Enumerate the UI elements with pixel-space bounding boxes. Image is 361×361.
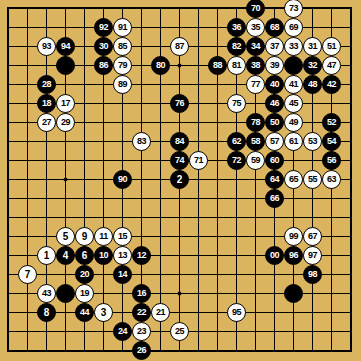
move-17-stone-D14: 17 xyxy=(56,94,75,113)
move-89-stone-G15: 89 xyxy=(113,75,132,94)
move-66-stone-P9: 66 xyxy=(265,189,284,208)
handicap-stone-D16 xyxy=(56,56,75,75)
handicap-stone-Q16 xyxy=(284,56,303,75)
move-76-stone-K14: 76 xyxy=(170,94,189,113)
move-9-stone-E7: 9 xyxy=(75,227,94,246)
move-65-stone-Q10: 65 xyxy=(284,170,303,189)
handicap-stone-Q4 xyxy=(284,284,303,303)
move-84-stone-K12: 84 xyxy=(170,132,189,151)
move-21-stone-J3: 21 xyxy=(151,303,170,322)
move-11-stone-F7: 11 xyxy=(94,227,113,246)
move-40-stone-P15: 40 xyxy=(265,75,284,94)
move-50-stone-P13: 50 xyxy=(265,113,284,132)
move-93-stone-C17: 93 xyxy=(37,37,56,56)
move-33-stone-Q17: 33 xyxy=(284,37,303,56)
move-49-stone-Q13: 49 xyxy=(284,113,303,132)
move-1-stone-C6: 1 xyxy=(37,246,56,265)
move-72-stone-N11: 72 xyxy=(227,151,246,170)
move-48-stone-R15: 48 xyxy=(303,75,322,94)
move-00-stone-P6: 00 xyxy=(265,246,284,265)
move-60-stone-P11: 60 xyxy=(265,151,284,170)
move-81-stone-N16: 81 xyxy=(227,56,246,75)
move-64-stone-P10: 64 xyxy=(265,170,284,189)
move-88-stone-M16: 88 xyxy=(208,56,227,75)
move-41-stone-Q15: 41 xyxy=(284,75,303,94)
move-52-stone-S13: 52 xyxy=(322,113,341,132)
move-96-stone-Q6: 96 xyxy=(284,246,303,265)
move-37-stone-P17: 37 xyxy=(265,37,284,56)
move-10-stone-F6: 10 xyxy=(94,246,113,265)
move-74-stone-K11: 74 xyxy=(170,151,189,170)
move-98-stone-R5: 98 xyxy=(303,265,322,284)
move-27-stone-C13: 27 xyxy=(37,113,56,132)
move-35-stone-O18: 35 xyxy=(246,18,265,37)
move-51-stone-S17: 51 xyxy=(322,37,341,56)
move-34-stone-O17: 34 xyxy=(246,37,265,56)
move-13-stone-G6: 13 xyxy=(113,246,132,265)
move-14-stone-G5: 14 xyxy=(113,265,132,284)
move-8-stone-C3: 8 xyxy=(37,303,56,322)
move-28-stone-C15: 28 xyxy=(37,75,56,94)
move-87-stone-K17: 87 xyxy=(170,37,189,56)
move-29-stone-D13: 29 xyxy=(56,113,75,132)
move-85-stone-G17: 85 xyxy=(113,37,132,56)
go-board[interactable]: 1234567891011121314151617181920212223242… xyxy=(0,0,361,361)
move-32-stone-R16: 32 xyxy=(303,56,322,75)
move-12-stone-H6: 12 xyxy=(132,246,151,265)
move-94-stone-D17: 94 xyxy=(56,37,75,56)
move-82-stone-N17: 82 xyxy=(227,37,246,56)
move-26-stone-H1: 26 xyxy=(132,341,151,360)
move-23-stone-H2: 23 xyxy=(132,322,151,341)
move-25-stone-K2: 25 xyxy=(170,322,189,341)
move-67-stone-R7: 67 xyxy=(303,227,322,246)
move-42-stone-S15: 42 xyxy=(322,75,341,94)
move-7-stone-B5: 7 xyxy=(18,265,37,284)
move-62-stone-N12: 62 xyxy=(227,132,246,151)
move-95-stone-N3: 95 xyxy=(227,303,246,322)
move-20-stone-E5: 20 xyxy=(75,265,94,284)
move-69-stone-Q18: 69 xyxy=(284,18,303,37)
move-43-stone-C4: 43 xyxy=(37,284,56,303)
move-53-stone-R12: 53 xyxy=(303,132,322,151)
move-5-stone-D7: 5 xyxy=(56,227,75,246)
move-97-stone-R6: 97 xyxy=(303,246,322,265)
move-36-stone-N18: 36 xyxy=(227,18,246,37)
move-39-stone-P16: 39 xyxy=(265,56,284,75)
move-30-stone-F17: 30 xyxy=(94,37,113,56)
move-78-stone-O13: 78 xyxy=(246,113,265,132)
move-63-stone-S10: 63 xyxy=(322,170,341,189)
move-83-stone-H12: 83 xyxy=(132,132,151,151)
move-24-stone-G2: 24 xyxy=(113,322,132,341)
move-54-stone-S12: 54 xyxy=(322,132,341,151)
move-47-stone-S16: 47 xyxy=(322,56,341,75)
move-99-stone-Q7: 99 xyxy=(284,227,303,246)
move-16-stone-H4: 16 xyxy=(132,284,151,303)
move-80-stone-J16: 80 xyxy=(151,56,170,75)
move-61-stone-Q12: 61 xyxy=(284,132,303,151)
move-79-stone-G16: 79 xyxy=(113,56,132,75)
move-45-stone-Q14: 45 xyxy=(284,94,303,113)
handicap-stone-D4 xyxy=(56,284,75,303)
move-38-stone-O16: 38 xyxy=(246,56,265,75)
move-44-stone-E3: 44 xyxy=(75,303,94,322)
move-19-stone-E4: 19 xyxy=(75,284,94,303)
move-58-stone-O12: 58 xyxy=(246,132,265,151)
move-59-stone-O11: 59 xyxy=(246,151,265,170)
move-3-stone-F3: 3 xyxy=(94,303,113,322)
move-75-stone-N14: 75 xyxy=(227,94,246,113)
move-91-stone-G18: 91 xyxy=(113,18,132,37)
move-57-stone-P12: 57 xyxy=(265,132,284,151)
move-31-stone-R17: 31 xyxy=(303,37,322,56)
move-55-stone-R10: 55 xyxy=(303,170,322,189)
move-77-stone-O15: 77 xyxy=(246,75,265,94)
move-92-stone-F18: 92 xyxy=(94,18,113,37)
move-6-stone-E6: 6 xyxy=(75,246,94,265)
move-15-stone-G7: 15 xyxy=(113,227,132,246)
move-4-stone-D6: 4 xyxy=(56,246,75,265)
move-90-stone-G10: 90 xyxy=(113,170,132,189)
move-71-stone-L11: 71 xyxy=(189,151,208,170)
move-68-stone-P18: 68 xyxy=(265,18,284,37)
move-86-stone-F16: 86 xyxy=(94,56,113,75)
move-18-stone-C14: 18 xyxy=(37,94,56,113)
move-2-stone-K10: 2 xyxy=(170,170,189,189)
move-56-stone-S11: 56 xyxy=(322,151,341,170)
move-22-stone-H3: 22 xyxy=(132,303,151,322)
move-46-stone-P14: 46 xyxy=(265,94,284,113)
